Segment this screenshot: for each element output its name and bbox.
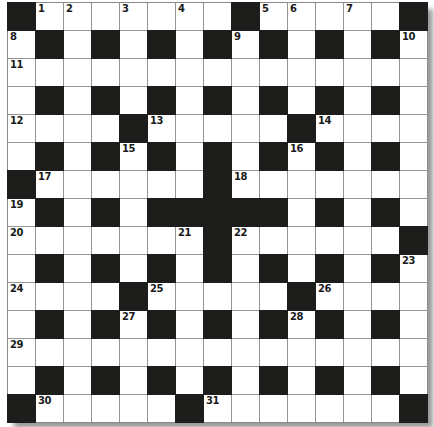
white-cell-r8-c11[interactable]: [316, 227, 343, 254]
white-cell-r1-c12[interactable]: [344, 31, 371, 58]
white-cell-r5-c0[interactable]: [8, 143, 35, 170]
white-cell-r14-c3[interactable]: [92, 395, 119, 422]
clue-number-10: 10: [402, 31, 415, 42]
black-cell-r9-c13: [372, 255, 399, 282]
white-cell-r5-c2[interactable]: [64, 143, 91, 170]
white-cell-r10-c5[interactable]: 25: [148, 283, 175, 310]
white-cell-r12-c0[interactable]: 29: [8, 339, 35, 366]
clue-number-24: 24: [10, 283, 23, 294]
clue-number-12: 12: [10, 115, 23, 126]
white-cell-r4-c0[interactable]: 12: [8, 115, 35, 142]
black-cell-r1-c5: [148, 31, 175, 58]
white-cell-r8-c2[interactable]: [64, 227, 91, 254]
white-cell-r8-c5[interactable]: [148, 227, 175, 254]
white-cell-r0-c5[interactable]: [148, 3, 175, 30]
black-cell-r7-c1: [36, 199, 63, 226]
white-cell-r9-c8[interactable]: [232, 255, 259, 282]
black-cell-r5-c13: [372, 143, 399, 170]
black-cell-r14-c6: [176, 395, 203, 422]
white-cell-r14-c10[interactable]: [288, 395, 315, 422]
white-cell-r12-c7[interactable]: [204, 339, 231, 366]
black-cell-r1-c9: [260, 31, 287, 58]
white-cell-r0-c4[interactable]: 3: [120, 3, 147, 30]
clue-number-2: 2: [66, 3, 72, 14]
white-cell-r3-c12[interactable]: [344, 87, 371, 114]
white-cell-r4-c13[interactable]: [372, 115, 399, 142]
black-cell-r7-c7: [204, 199, 231, 226]
black-cell-r11-c11: [316, 311, 343, 338]
white-cell-r8-c1[interactable]: [36, 227, 63, 254]
white-cell-r12-c11[interactable]: [316, 339, 343, 366]
white-cell-r13-c6[interactable]: [176, 367, 203, 394]
white-cell-r9-c0[interactable]: [8, 255, 35, 282]
white-cell-r13-c2[interactable]: [64, 367, 91, 394]
white-cell-r1-c2[interactable]: [64, 31, 91, 58]
white-cell-r6-c1[interactable]: 17: [36, 171, 63, 198]
black-cell-r11-c9: [260, 311, 287, 338]
white-cell-r6-c10[interactable]: [288, 171, 315, 198]
black-cell-r7-c13: [372, 199, 399, 226]
clue-number-5: 5: [262, 3, 268, 14]
white-cell-r2-c11[interactable]: [316, 59, 343, 86]
black-cell-r1-c7: [204, 31, 231, 58]
white-cell-r4-c7[interactable]: [204, 115, 231, 142]
white-cell-r10-c1[interactable]: [36, 283, 63, 310]
clue-number-14: 14: [318, 115, 331, 126]
white-cell-r13-c14[interactable]: [400, 367, 427, 394]
white-cell-r0-c12[interactable]: 7: [344, 3, 371, 30]
white-cell-r4-c9[interactable]: [260, 115, 287, 142]
white-cell-r11-c10[interactable]: 28: [288, 311, 315, 338]
white-cell-r0-c13[interactable]: [372, 3, 399, 30]
white-cell-r14-c2[interactable]: [64, 395, 91, 422]
black-cell-r9-c3: [92, 255, 119, 282]
white-cell-r7-c0[interactable]: 19: [8, 199, 35, 226]
white-cell-r4-c14[interactable]: [400, 115, 427, 142]
white-cell-r10-c3[interactable]: [92, 283, 119, 310]
black-cell-r1-c13: [372, 31, 399, 58]
black-cell-r5-c7: [204, 143, 231, 170]
white-cell-r10-c8[interactable]: [232, 283, 259, 310]
black-cell-r4-c10: [288, 115, 315, 142]
white-cell-r6-c14[interactable]: [400, 171, 427, 198]
white-cell-r8-c10[interactable]: [288, 227, 315, 254]
white-cell-r6-c8[interactable]: 18: [232, 171, 259, 198]
white-cell-r2-c12[interactable]: [344, 59, 371, 86]
white-cell-r0-c10[interactable]: 6: [288, 3, 315, 30]
black-cell-r3-c13: [372, 87, 399, 114]
black-cell-r6-c0: [8, 171, 35, 198]
white-cell-r11-c14[interactable]: [400, 311, 427, 338]
clue-number-4: 4: [178, 3, 184, 14]
white-cell-r6-c2[interactable]: [64, 171, 91, 198]
white-cell-r7-c4[interactable]: [120, 199, 147, 226]
black-cell-r1-c11: [316, 31, 343, 58]
black-cell-r0-c8: [232, 3, 259, 30]
clue-number-8: 8: [10, 31, 16, 42]
white-cell-r1-c6[interactable]: [176, 31, 203, 58]
black-cell-r13-c5: [148, 367, 175, 394]
clue-number-23: 23: [402, 255, 415, 266]
white-cell-r12-c12[interactable]: [344, 339, 371, 366]
white-cell-r12-c13[interactable]: [372, 339, 399, 366]
black-cell-r13-c3: [92, 367, 119, 394]
white-cell-r4-c12[interactable]: [344, 115, 371, 142]
black-cell-r9-c5: [148, 255, 175, 282]
white-cell-r1-c14[interactable]: 10: [400, 31, 427, 58]
white-cell-r10-c13[interactable]: [372, 283, 399, 310]
white-cell-r2-c1[interactable]: [36, 59, 63, 86]
white-cell-r2-c7[interactable]: [204, 59, 231, 86]
white-cell-r0-c9[interactable]: 5: [260, 3, 287, 30]
white-cell-r4-c3[interactable]: [92, 115, 119, 142]
white-cell-r12-c4[interactable]: [120, 339, 147, 366]
white-cell-r12-c2[interactable]: [64, 339, 91, 366]
black-cell-r11-c7: [204, 311, 231, 338]
white-cell-r0-c1[interactable]: 1: [36, 3, 63, 30]
white-cell-r7-c10[interactable]: [288, 199, 315, 226]
white-cell-r6-c6[interactable]: [176, 171, 203, 198]
white-cell-r14-c8[interactable]: [232, 395, 259, 422]
clue-number-31: 31: [206, 395, 219, 406]
white-cell-r0-c2[interactable]: 2: [64, 3, 91, 30]
black-cell-r7-c5: [148, 199, 175, 226]
white-cell-r10-c6[interactable]: [176, 283, 203, 310]
white-cell-r7-c14[interactable]: [400, 199, 427, 226]
clue-number-22: 22: [234, 227, 247, 238]
white-cell-r3-c6[interactable]: [176, 87, 203, 114]
white-cell-r12-c6[interactable]: [176, 339, 203, 366]
black-cell-r0-c14: [400, 3, 427, 30]
white-cell-r0-c6[interactable]: 4: [176, 3, 203, 30]
white-cell-r2-c2[interactable]: [64, 59, 91, 86]
white-cell-r6-c13[interactable]: [372, 171, 399, 198]
white-cell-r6-c5[interactable]: [148, 171, 175, 198]
black-cell-r0-c0: [8, 3, 35, 30]
clue-number-11: 11: [10, 59, 23, 70]
white-cell-r13-c8[interactable]: [232, 367, 259, 394]
clue-number-3: 3: [122, 3, 128, 14]
clue-number-17: 17: [38, 171, 51, 182]
black-cell-r7-c6: [176, 199, 203, 226]
white-cell-r2-c10[interactable]: [288, 59, 315, 86]
white-cell-r14-c7[interactable]: 31: [204, 395, 231, 422]
white-cell-r5-c8[interactable]: [232, 143, 259, 170]
black-cell-r5-c1: [36, 143, 63, 170]
white-cell-r8-c12[interactable]: [344, 227, 371, 254]
white-cell-r14-c11[interactable]: [316, 395, 343, 422]
clue-number-25: 25: [150, 283, 163, 294]
white-cell-r9-c6[interactable]: [176, 255, 203, 282]
white-cell-r2-c4[interactable]: [120, 59, 147, 86]
white-cell-r5-c14[interactable]: [400, 143, 427, 170]
black-cell-r6-c7: [204, 171, 231, 198]
white-cell-r12-c5[interactable]: [148, 339, 175, 366]
white-cell-r12-c9[interactable]: [260, 339, 287, 366]
white-cell-r2-c13[interactable]: [372, 59, 399, 86]
black-cell-r13-c1: [36, 367, 63, 394]
black-cell-r1-c1: [36, 31, 63, 58]
white-cell-r14-c9[interactable]: [260, 395, 287, 422]
white-cell-r5-c4[interactable]: 15: [120, 143, 147, 170]
white-cell-r3-c0[interactable]: [8, 87, 35, 114]
white-cell-r1-c8[interactable]: 9: [232, 31, 259, 58]
clue-number-29: 29: [10, 339, 23, 350]
white-cell-r6-c12[interactable]: [344, 171, 371, 198]
black-cell-r10-c10: [288, 283, 315, 310]
white-cell-r11-c8[interactable]: [232, 311, 259, 338]
clue-number-9: 9: [234, 31, 240, 42]
white-cell-r14-c5[interactable]: [148, 395, 175, 422]
clue-number-6: 6: [290, 3, 296, 14]
black-cell-r7-c11: [316, 199, 343, 226]
white-cell-r4-c6[interactable]: [176, 115, 203, 142]
white-cell-r9-c2[interactable]: [64, 255, 91, 282]
white-cell-r1-c10[interactable]: [288, 31, 315, 58]
black-cell-r11-c3: [92, 311, 119, 338]
white-cell-r3-c14[interactable]: [400, 87, 427, 114]
white-cell-r11-c4[interactable]: 27: [120, 311, 147, 338]
white-cell-r13-c4[interactable]: [120, 367, 147, 394]
white-cell-r14-c13[interactable]: [372, 395, 399, 422]
white-cell-r1-c0[interactable]: 8: [8, 31, 35, 58]
white-cell-r4-c8[interactable]: [232, 115, 259, 142]
white-cell-r8-c4[interactable]: [120, 227, 147, 254]
white-cell-r6-c4[interactable]: [120, 171, 147, 198]
white-cell-r6-c9[interactable]: [260, 171, 287, 198]
black-cell-r3-c7: [204, 87, 231, 114]
crossword-page: 1234567891011121314151617181920212223242…: [0, 0, 434, 427]
black-cell-r3-c1: [36, 87, 63, 114]
white-cell-r12-c8[interactable]: [232, 339, 259, 366]
clue-number-19: 19: [10, 199, 23, 210]
white-cell-r11-c2[interactable]: [64, 311, 91, 338]
black-cell-r9-c1: [36, 255, 63, 282]
clue-number-15: 15: [122, 143, 135, 154]
clue-number-28: 28: [290, 311, 303, 322]
black-cell-r3-c9: [260, 87, 287, 114]
white-cell-r11-c6[interactable]: [176, 311, 203, 338]
white-cell-r9-c4[interactable]: [120, 255, 147, 282]
clue-number-30: 30: [38, 395, 51, 406]
white-cell-r2-c8[interactable]: [232, 59, 259, 86]
white-cell-r10-c7[interactable]: [204, 283, 231, 310]
white-cell-r10-c9[interactable]: [260, 283, 287, 310]
white-cell-r11-c0[interactable]: [8, 311, 35, 338]
black-cell-r4-c4: [120, 115, 147, 142]
white-cell-r4-c5[interactable]: 13: [148, 115, 175, 142]
white-cell-r2-c3[interactable]: [92, 59, 119, 86]
black-cell-r11-c5: [148, 311, 175, 338]
white-cell-r13-c12[interactable]: [344, 367, 371, 394]
white-cell-r5-c12[interactable]: [344, 143, 371, 170]
white-cell-r10-c12[interactable]: [344, 283, 371, 310]
black-cell-r11-c13: [372, 311, 399, 338]
black-cell-r8-c14: [400, 227, 427, 254]
black-cell-r9-c11: [316, 255, 343, 282]
black-cell-r1-c3: [92, 31, 119, 58]
clue-number-1: 1: [38, 3, 44, 14]
white-cell-r9-c10[interactable]: [288, 255, 315, 282]
black-cell-r13-c7: [204, 367, 231, 394]
white-cell-r0-c7[interactable]: [204, 3, 231, 30]
white-cell-r12-c14[interactable]: [400, 339, 427, 366]
white-cell-r8-c8[interactable]: 22: [232, 227, 259, 254]
black-cell-r5-c11: [316, 143, 343, 170]
black-cell-r7-c8: [232, 199, 259, 226]
white-cell-r8-c9[interactable]: [260, 227, 287, 254]
white-cell-r8-c6[interactable]: 21: [176, 227, 203, 254]
white-cell-r6-c11[interactable]: [316, 171, 343, 198]
black-cell-r3-c11: [316, 87, 343, 114]
clue-number-18: 18: [234, 171, 247, 182]
white-cell-r9-c14[interactable]: 23: [400, 255, 427, 282]
black-cell-r5-c5: [148, 143, 175, 170]
white-cell-r2-c5[interactable]: [148, 59, 175, 86]
white-cell-r0-c11[interactable]: [316, 3, 343, 30]
white-cell-r10-c2[interactable]: [64, 283, 91, 310]
black-cell-r14-c0: [8, 395, 35, 422]
white-cell-r2-c6[interactable]: [176, 59, 203, 86]
white-cell-r4-c2[interactable]: [64, 115, 91, 142]
white-cell-r8-c13[interactable]: [372, 227, 399, 254]
white-cell-r10-c0[interactable]: 24: [8, 283, 35, 310]
white-cell-r5-c10[interactable]: 16: [288, 143, 315, 170]
clue-number-13: 13: [150, 115, 163, 126]
clue-number-27: 27: [122, 311, 135, 322]
white-cell-r4-c1[interactable]: [36, 115, 63, 142]
clue-number-26: 26: [318, 283, 331, 294]
white-cell-r10-c14[interactable]: [400, 283, 427, 310]
black-cell-r3-c5: [148, 87, 175, 114]
black-cell-r7-c3: [92, 199, 119, 226]
white-cell-r1-c4[interactable]: [120, 31, 147, 58]
clue-number-7: 7: [346, 3, 352, 14]
white-cell-r3-c2[interactable]: [64, 87, 91, 114]
black-cell-r8-c7: [204, 227, 231, 254]
black-cell-r13-c9: [260, 367, 287, 394]
black-cell-r13-c13: [372, 367, 399, 394]
white-cell-r13-c0[interactable]: [8, 367, 35, 394]
white-cell-r2-c0[interactable]: 11: [8, 59, 35, 86]
black-cell-r14-c14: [400, 395, 427, 422]
white-cell-r13-c10[interactable]: [288, 367, 315, 394]
white-cell-r10-c11[interactable]: 26: [316, 283, 343, 310]
white-cell-r7-c12[interactable]: [344, 199, 371, 226]
crossword-grid: 1234567891011121314151617181920212223242…: [7, 2, 428, 423]
black-cell-r11-c1: [36, 311, 63, 338]
black-cell-r5-c3: [92, 143, 119, 170]
clue-number-16: 16: [290, 143, 303, 154]
white-cell-r3-c4[interactable]: [120, 87, 147, 114]
white-cell-r4-c11[interactable]: 14: [316, 115, 343, 142]
white-cell-r14-c1[interactable]: 30: [36, 395, 63, 422]
black-cell-r5-c9: [260, 143, 287, 170]
black-cell-r9-c7: [204, 255, 231, 282]
white-cell-r7-c2[interactable]: [64, 199, 91, 226]
white-cell-r0-c3[interactable]: [92, 3, 119, 30]
black-cell-r9-c9: [260, 255, 287, 282]
black-cell-r13-c11: [316, 367, 343, 394]
white-cell-r12-c3[interactable]: [92, 339, 119, 366]
clue-number-21: 21: [178, 227, 191, 238]
white-cell-r2-c9[interactable]: [260, 59, 287, 86]
white-cell-r8-c3[interactable]: [92, 227, 119, 254]
white-cell-r12-c10[interactable]: [288, 339, 315, 366]
white-cell-r9-c12[interactable]: [344, 255, 371, 282]
black-cell-r10-c4: [120, 283, 147, 310]
white-cell-r8-c0[interactable]: 20: [8, 227, 35, 254]
white-cell-r3-c8[interactable]: [232, 87, 259, 114]
black-cell-r7-c9: [260, 199, 287, 226]
white-cell-r11-c12[interactable]: [344, 311, 371, 338]
black-cell-r3-c3: [92, 87, 119, 114]
clue-number-20: 20: [10, 227, 23, 238]
white-cell-r12-c1[interactable]: [36, 339, 63, 366]
white-cell-r14-c12[interactable]: [344, 395, 371, 422]
white-cell-r2-c14[interactable]: [400, 59, 427, 86]
white-cell-r3-c10[interactable]: [288, 87, 315, 114]
white-cell-r6-c3[interactable]: [92, 171, 119, 198]
white-cell-r14-c4[interactable]: [120, 395, 147, 422]
white-cell-r5-c6[interactable]: [176, 143, 203, 170]
